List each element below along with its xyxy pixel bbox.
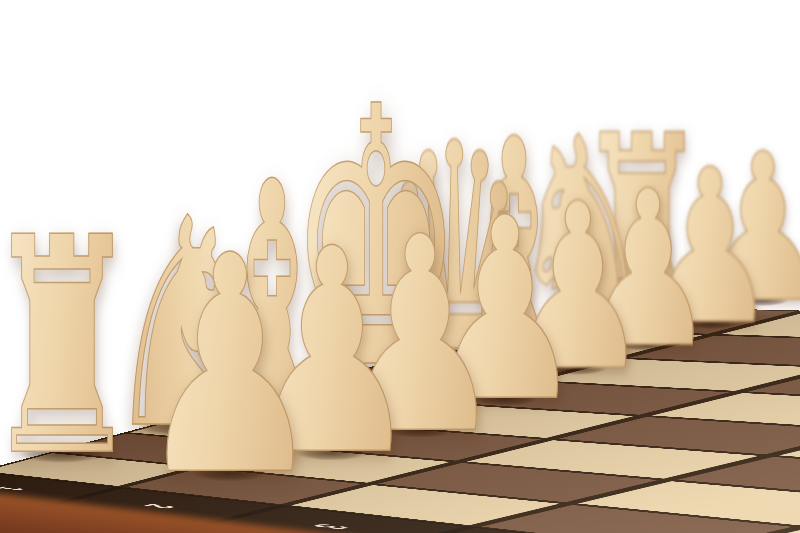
white-pawn-h2: ♟ — [136, 217, 324, 517]
white-rook-h1: ♜ — [0, 199, 142, 497]
pieces-layer: ♜♟♞♟♝♟♛♟♚♟♝♟♞♟♜♟ — [0, 0, 800, 533]
chess-set-photo: 123 ♜♟♞♟♝♟♛♟♚♟♝♟♞♟♜♟ — [0, 0, 800, 533]
